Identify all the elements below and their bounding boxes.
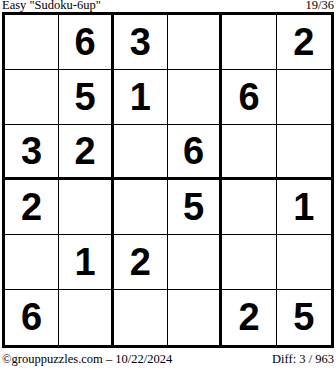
cell-r1c2[interactable]: 6 bbox=[59, 15, 113, 70]
cell-r4c5[interactable] bbox=[222, 180, 276, 235]
sudoku-grid: 63251632625112625 bbox=[2, 12, 334, 348]
cell-r6c2[interactable] bbox=[59, 290, 113, 345]
cell-r4c1[interactable]: 2 bbox=[5, 180, 59, 235]
given-count: 19/36 bbox=[306, 0, 334, 12]
cell-r2c1[interactable] bbox=[5, 70, 59, 125]
cell-r6c3[interactable] bbox=[114, 290, 168, 345]
cell-r4c6[interactable]: 1 bbox=[277, 180, 331, 235]
cell-r2c2[interactable]: 5 bbox=[59, 70, 113, 125]
cell-r3c3[interactable] bbox=[114, 125, 168, 180]
cell-r1c3[interactable]: 3 bbox=[114, 15, 168, 70]
cell-r3c6[interactable] bbox=[277, 125, 331, 180]
cell-r1c4[interactable] bbox=[168, 15, 222, 70]
cell-r3c4[interactable]: 6 bbox=[168, 125, 222, 180]
cell-r3c5[interactable] bbox=[222, 125, 276, 180]
puzzle-page: Easy "Sudoku-6up" 19/36 6325163262511262… bbox=[0, 0, 336, 370]
cell-r2c4[interactable] bbox=[168, 70, 222, 125]
cell-r2c3[interactable]: 1 bbox=[114, 70, 168, 125]
cell-r5c2[interactable]: 1 bbox=[59, 235, 113, 290]
cell-r3c2[interactable]: 2 bbox=[59, 125, 113, 180]
cell-r4c2[interactable] bbox=[59, 180, 113, 235]
puzzle-title: Easy "Sudoku-6up" bbox=[2, 0, 101, 12]
difficulty-rating: Diff: 3 / 963 bbox=[272, 351, 334, 367]
cell-r6c5[interactable]: 2 bbox=[222, 290, 276, 345]
cell-r4c4[interactable]: 5 bbox=[168, 180, 222, 235]
cell-r1c1[interactable] bbox=[5, 15, 59, 70]
copyright-date: ©grouppuzzles.com – 10/22/2024 bbox=[2, 351, 172, 367]
footer: ©grouppuzzles.com – 10/22/2024 Diff: 3 /… bbox=[2, 351, 334, 367]
cell-r5c4[interactable] bbox=[168, 235, 222, 290]
cell-r5c6[interactable] bbox=[277, 235, 331, 290]
cell-r2c6[interactable] bbox=[277, 70, 331, 125]
cell-r6c4[interactable] bbox=[168, 290, 222, 345]
cell-r1c5[interactable] bbox=[222, 15, 276, 70]
cell-r2c5[interactable]: 6 bbox=[222, 70, 276, 125]
cell-r5c3[interactable]: 2 bbox=[114, 235, 168, 290]
cell-r1c6[interactable]: 2 bbox=[277, 15, 331, 70]
cell-r6c6[interactable]: 5 bbox=[277, 290, 331, 345]
cell-r6c1[interactable]: 6 bbox=[5, 290, 59, 345]
cell-r3c1[interactable]: 3 bbox=[5, 125, 59, 180]
cell-r5c1[interactable] bbox=[5, 235, 59, 290]
header: Easy "Sudoku-6up" 19/36 bbox=[2, 0, 334, 12]
cell-r5c5[interactable] bbox=[222, 235, 276, 290]
cell-r4c3[interactable] bbox=[114, 180, 168, 235]
